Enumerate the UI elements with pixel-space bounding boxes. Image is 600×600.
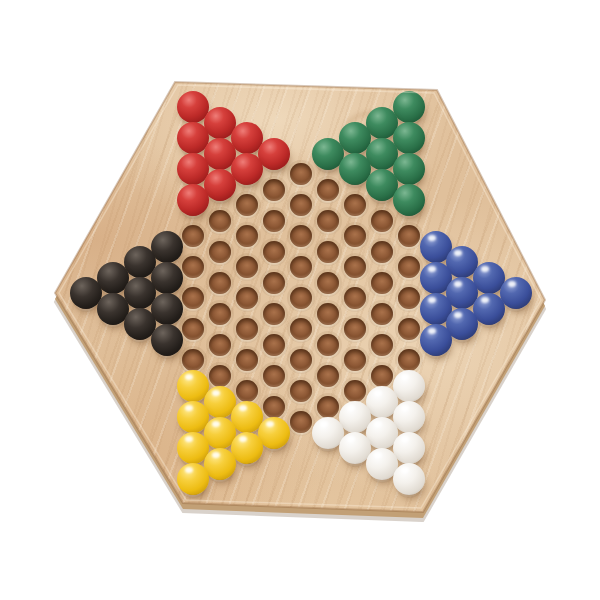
board-hole[interactable] [236,349,258,371]
board-hole[interactable] [317,272,339,294]
board-hole[interactable] [263,179,285,201]
yellow-peg[interactable] [204,448,236,480]
board-hole[interactable] [290,163,312,185]
board-hole[interactable] [182,225,204,247]
board-hole[interactable] [263,365,285,387]
white-peg[interactable] [393,463,425,495]
board-hole[interactable] [371,303,393,325]
board-hole[interactable] [344,349,366,371]
board-hole[interactable] [209,303,231,325]
board-hole[interactable] [398,287,420,309]
board-hole[interactable] [182,256,204,278]
board-hole[interactable] [371,334,393,356]
board-hole[interactable] [344,256,366,278]
red-peg[interactable] [231,153,263,185]
blue-peg[interactable] [500,277,532,309]
board-hole[interactable] [209,365,231,387]
board-hole[interactable] [209,272,231,294]
board-hole[interactable] [317,365,339,387]
board-hole[interactable] [236,380,258,402]
board-hole[interactable] [371,365,393,387]
board-hole[interactable] [290,349,312,371]
board-hole[interactable] [317,396,339,418]
red-peg[interactable] [204,169,236,201]
board-hole[interactable] [317,179,339,201]
board-hole[interactable] [263,210,285,232]
board-hole[interactable] [317,241,339,263]
board-hole[interactable] [236,318,258,340]
board-hole[interactable] [263,334,285,356]
board-hole[interactable] [290,318,312,340]
board-hole[interactable] [371,241,393,263]
yellow-peg[interactable] [258,417,290,449]
board-hole[interactable] [344,380,366,402]
board-hole[interactable] [209,241,231,263]
board-hole[interactable] [344,318,366,340]
board-hole[interactable] [263,272,285,294]
board-hole[interactable] [209,334,231,356]
board-hole[interactable] [236,225,258,247]
board-hole[interactable] [236,194,258,216]
board-hole[interactable] [371,210,393,232]
board-hole[interactable] [317,334,339,356]
board-hole[interactable] [398,256,420,278]
board-hole[interactable] [344,287,366,309]
board-hole[interactable] [182,349,204,371]
green-peg[interactable] [393,184,425,216]
board-hole[interactable] [317,303,339,325]
red-peg[interactable] [177,184,209,216]
board-hole[interactable] [290,380,312,402]
red-peg[interactable] [258,138,290,170]
black-peg[interactable] [151,324,183,356]
board-hole[interactable] [236,287,258,309]
board-hole[interactable] [182,318,204,340]
yellow-peg[interactable] [177,463,209,495]
board-hole[interactable] [290,256,312,278]
blue-peg[interactable] [473,293,505,325]
board-hole[interactable] [182,287,204,309]
blue-peg[interactable] [420,324,452,356]
product-photo-stage [0,0,600,600]
board-hole[interactable] [344,194,366,216]
board-hole[interactable] [290,225,312,247]
board-hole[interactable] [398,318,420,340]
board-hole[interactable] [236,256,258,278]
board-hole[interactable] [290,287,312,309]
board-hole[interactable] [263,396,285,418]
board-hole[interactable] [371,272,393,294]
board-hole[interactable] [290,411,312,433]
board-hole[interactable] [209,210,231,232]
board-hole[interactable] [398,225,420,247]
board-hole[interactable] [317,210,339,232]
board-hole[interactable] [290,194,312,216]
board-hole[interactable] [263,303,285,325]
yellow-peg[interactable] [231,432,263,464]
board-hole[interactable] [263,241,285,263]
board-hole[interactable] [398,349,420,371]
board-hole[interactable] [344,225,366,247]
